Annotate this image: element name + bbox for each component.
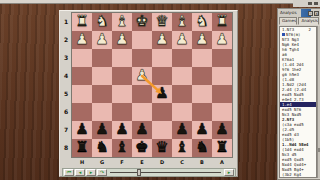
piece-bP[interactable]: ♟ — [112, 121, 132, 139]
square-c4[interactable] — [172, 67, 192, 85]
square-f4[interactable] — [112, 67, 132, 85]
piece-bP[interactable]: ♟ — [212, 121, 232, 139]
square-c3[interactable] — [172, 49, 192, 67]
square-f2[interactable]: ♟ — [112, 31, 132, 49]
panel-title-bar[interactable]: Analysis – × — [278, 9, 320, 17]
piece-bP[interactable]: ♟ — [172, 121, 192, 139]
piece-bN[interactable]: ♞ — [92, 139, 112, 157]
square-h5[interactable] — [72, 85, 92, 103]
piece-bN[interactable]: ♞ — [192, 139, 212, 157]
square-b3[interactable] — [192, 49, 212, 67]
square-d8[interactable]: ♛ — [152, 139, 172, 157]
square-h1[interactable]: ♜ — [72, 13, 92, 31]
step-forward-button[interactable]: ▸ — [86, 169, 96, 176]
navigation-toolbar: ⏮◂▸↷ ▸ — [62, 168, 236, 177]
window-controls[interactable] — [293, 0, 320, 7]
square-g7[interactable]: ♟ — [92, 121, 112, 139]
piece-wQ[interactable]: ♛ — [152, 13, 172, 31]
rank-label-8: 8 — [60, 139, 72, 157]
square-f3[interactable] — [112, 49, 132, 67]
square-e5[interactable] — [132, 85, 152, 103]
square-c7[interactable]: ♟ — [172, 121, 192, 139]
square-d4[interactable] — [152, 67, 172, 85]
panel-title: Analysis — [278, 9, 308, 17]
square-b4[interactable] — [192, 67, 212, 85]
piece-bR[interactable]: ♜ — [212, 139, 232, 157]
top-menu-strip — [0, 0, 320, 4]
chess-board-window: 12345678 ♜♞♝♚♛♝♞♜♟♟♟♟♟♟♟♟♟♟♟♟♟♟♟♟♜♞♝♚♛♝♞… — [59, 10, 238, 177]
square-g6[interactable] — [92, 103, 112, 121]
vcr-buttons: ⏮◂▸↷ — [64, 169, 107, 176]
book-icon — [282, 33, 285, 36]
square-a8[interactable]: ♜ — [212, 139, 232, 157]
piece-wP[interactable]: ♟ — [132, 67, 152, 85]
square-d3[interactable] — [152, 49, 172, 67]
rank-labels: 12345678 — [60, 13, 72, 157]
panel-tabs: Games Analysis — [278, 17, 320, 25]
piece-wR[interactable]: ♜ — [72, 13, 92, 31]
move-variation-list[interactable]: 1.Nf3 2Nf6(m)Nf3 Ng3Ng6 Ke4h6 Tgh4a6Kf6a… — [279, 26, 317, 178]
square-f5[interactable] — [112, 85, 132, 103]
chess-board[interactable]: ♜♞♝♚♛♝♞♜♟♟♟♟♟♟♟♟♟♟♟♟♟♟♟♟♜♞♝♚♛♝♞♜ — [72, 13, 232, 157]
piece-wK[interactable]: ♚ — [132, 13, 152, 31]
square-d7[interactable] — [152, 121, 172, 139]
minimize-icon[interactable] — [308, 2, 312, 5]
slider-thumb[interactable] — [137, 169, 141, 176]
piece-bP[interactable]: ♟ — [132, 121, 152, 139]
piece-wP[interactable]: ♟ — [152, 31, 172, 49]
square-b7[interactable]: ♟ — [192, 121, 212, 139]
square-h6[interactable] — [72, 103, 92, 121]
rank-label-5: 5 — [60, 85, 72, 103]
square-b5[interactable] — [192, 85, 212, 103]
square-f6[interactable] — [112, 103, 132, 121]
piece-wP[interactable]: ♟ — [192, 31, 212, 49]
close-icon[interactable] — [314, 2, 318, 5]
square-e4[interactable]: ♟ — [132, 67, 152, 85]
piece-wP[interactable]: ♟ — [212, 31, 232, 49]
piece-wP[interactable]: ♟ — [72, 31, 92, 49]
piece-bK[interactable]: ♚ — [132, 139, 152, 157]
square-e6[interactable] — [132, 103, 152, 121]
piece-wB[interactable]: ♝ — [112, 13, 132, 31]
analysis-panel: Analysis – × Games Analysis 1.Nf3 2Nf6(m… — [277, 8, 320, 180]
square-g5[interactable] — [92, 85, 112, 103]
square-g8[interactable]: ♞ — [92, 139, 112, 157]
tab-analysis[interactable]: Analysis — [298, 17, 319, 25]
file-label-e: E — [132, 158, 152, 167]
file-label-a: A — [212, 158, 232, 167]
piece-wP[interactable]: ♟ — [112, 31, 132, 49]
square-c5[interactable] — [172, 85, 192, 103]
square-e1[interactable]: ♚ — [132, 13, 152, 31]
rank-label-1: 1 — [60, 13, 72, 31]
file-label-c: C — [172, 158, 192, 167]
square-h7[interactable]: ♟ — [72, 121, 92, 139]
square-e8[interactable]: ♚ — [132, 139, 152, 157]
piece-bB[interactable]: ♝ — [172, 139, 192, 157]
tab-games[interactable]: Games — [279, 17, 297, 25]
square-a2[interactable]: ♟ — [212, 31, 232, 49]
square-g1[interactable]: ♞ — [92, 13, 112, 31]
square-f7[interactable]: ♟ — [112, 121, 132, 139]
app-screen: 12345678 ♜♞♝♚♛♝♞♜♟♟♟♟♟♟♟♟♟♟♟♟♟♟♟♟♜♞♝♚♛♝♞… — [0, 0, 320, 180]
square-h8[interactable]: ♜ — [72, 139, 92, 157]
piece-bP[interactable]: ♟ — [72, 121, 92, 139]
file-label-g: G — [92, 158, 112, 167]
file-label-d: D — [152, 158, 172, 167]
go-start-button[interactable]: ⏮ — [64, 169, 74, 176]
square-e3[interactable] — [132, 49, 152, 67]
square-d2[interactable]: ♟ — [152, 31, 172, 49]
square-c2[interactable]: ♟ — [172, 31, 192, 49]
file-labels: HGFEDCBA — [72, 158, 232, 167]
piece-wP[interactable]: ♟ — [172, 31, 192, 49]
square-h4[interactable] — [72, 67, 92, 85]
piece-bP[interactable]: ♟ — [192, 121, 212, 139]
square-b8[interactable]: ♞ — [192, 139, 212, 157]
game-position-slider[interactable] — [108, 169, 223, 176]
piece-wP[interactable]: ♟ — [92, 31, 112, 49]
square-b6[interactable] — [192, 103, 212, 121]
square-a3[interactable] — [212, 49, 232, 67]
square-a4[interactable] — [212, 67, 232, 85]
slider-groove — [110, 172, 221, 173]
piece-bR[interactable]: ♜ — [72, 139, 92, 157]
piece-wN[interactable]: ♞ — [92, 13, 112, 31]
square-f8[interactable]: ♝ — [112, 139, 132, 157]
square-b2[interactable]: ♟ — [192, 31, 212, 49]
file-label-h: H — [72, 158, 92, 167]
piece-wR[interactable]: ♜ — [212, 13, 232, 31]
piece-bP[interactable]: ♟ — [152, 85, 172, 103]
panel-close-icon[interactable]: × — [314, 11, 319, 16]
square-g2[interactable]: ♟ — [92, 31, 112, 49]
piece-bP[interactable]: ♟ — [92, 121, 112, 139]
rank-label-4: 4 — [60, 67, 72, 85]
square-f1[interactable]: ♝ — [112, 13, 132, 31]
square-h2[interactable]: ♟ — [72, 31, 92, 49]
square-c1[interactable]: ♝ — [172, 13, 192, 31]
square-g4[interactable] — [92, 67, 112, 85]
square-a6[interactable] — [212, 103, 232, 121]
panel-minimize-icon[interactable]: – — [308, 11, 313, 16]
square-a5[interactable] — [212, 85, 232, 103]
piece-bB[interactable]: ♝ — [112, 139, 132, 157]
square-d6[interactable] — [152, 103, 172, 121]
square-b1[interactable]: ♞ — [192, 13, 212, 31]
square-a7[interactable]: ♟ — [212, 121, 232, 139]
square-d1[interactable]: ♛ — [152, 13, 172, 31]
move-row[interactable]: (3b2 Kg4 — [280, 172, 316, 177]
square-h3[interactable] — [72, 49, 92, 67]
square-e7[interactable]: ♟ — [132, 121, 152, 139]
square-a1[interactable]: ♜ — [212, 13, 232, 31]
rank-label-3: 3 — [60, 49, 72, 67]
file-label-b: B — [192, 158, 212, 167]
rank-label-6: 6 — [60, 103, 72, 121]
step-back-button[interactable]: ◂ — [75, 169, 85, 176]
square-g3[interactable] — [92, 49, 112, 67]
square-c8[interactable]: ♝ — [172, 139, 192, 157]
rank-label-2: 2 — [60, 31, 72, 49]
square-e2[interactable] — [132, 31, 152, 49]
autoplay-button[interactable]: ↷ — [97, 169, 107, 176]
rank-label-7: 7 — [60, 121, 72, 139]
piece-wN[interactable]: ♞ — [192, 13, 212, 31]
file-label-f: F — [112, 158, 132, 167]
square-c6[interactable] — [172, 103, 192, 121]
piece-wB[interactable]: ♝ — [172, 13, 192, 31]
square-d5[interactable]: ♟ — [152, 85, 172, 103]
go-end-button[interactable]: ▸ — [224, 169, 234, 176]
piece-bQ[interactable]: ♛ — [152, 139, 172, 157]
